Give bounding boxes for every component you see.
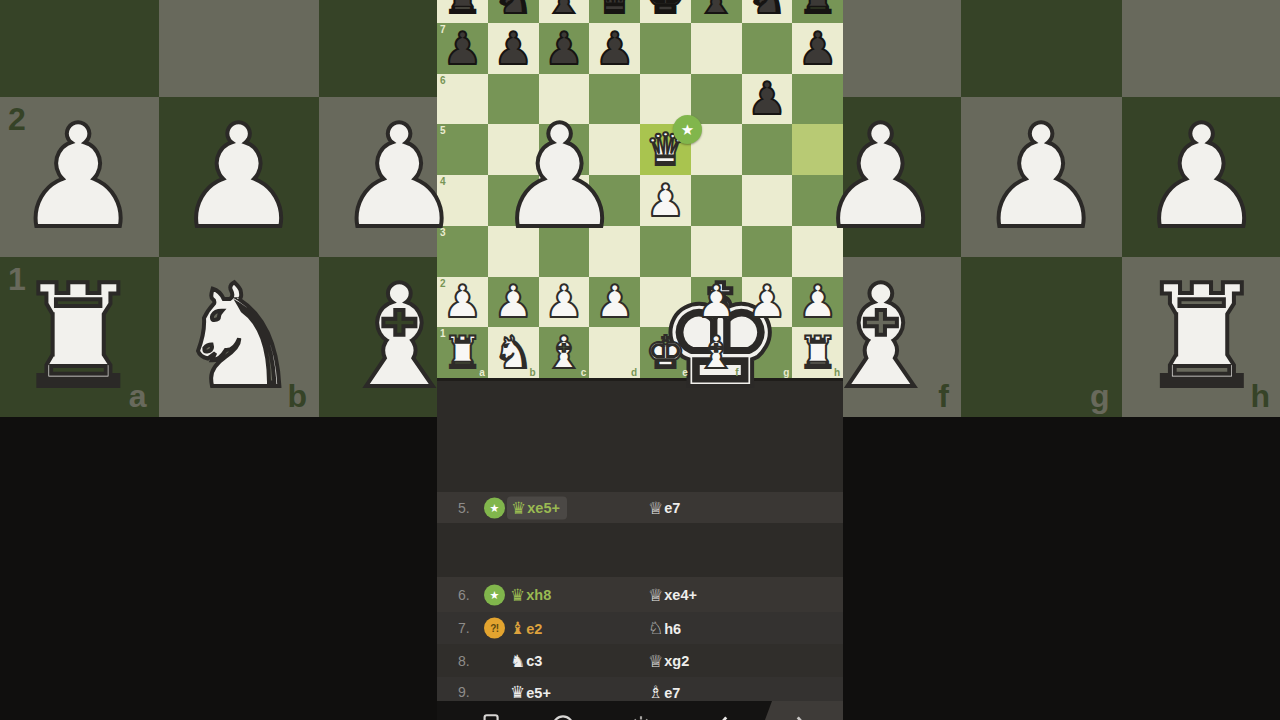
move-row-6: 6.★♛xh8♕xe4+ xyxy=(437,577,843,612)
black-pawn-c7[interactable]: ♟ xyxy=(539,23,590,74)
square-c1[interactable]: c♝ xyxy=(539,327,590,378)
white-move-figurine: ♛ xyxy=(510,586,525,603)
black-move-figurine: ♕ xyxy=(648,499,663,516)
square-d2[interactable]: ♟ xyxy=(589,277,640,328)
white-pawn-b2[interactable]: ♟ xyxy=(488,277,539,328)
white-knight-b1[interactable]: ♞ xyxy=(159,257,320,417)
white-move[interactable]: ♝e2 xyxy=(510,620,542,637)
square-b1[interactable]: b♞ xyxy=(488,327,539,378)
square-f2: ♟ xyxy=(801,97,962,257)
black-move[interactable]: ♗e7 xyxy=(648,684,680,701)
square-g6[interactable]: ♟ xyxy=(742,74,793,125)
white-bishop-f1[interactable]: ♝ xyxy=(691,327,742,378)
square-h2[interactable]: ♟ xyxy=(792,277,843,328)
black-move-figurine: ♕ xyxy=(648,586,663,603)
clock-icon[interactable] xyxy=(550,712,576,720)
white-pawn-a2[interactable]: ♟ xyxy=(0,97,159,257)
best-move-badge: ★ xyxy=(484,497,505,518)
black-bishop-c8[interactable]: ♝ xyxy=(539,0,590,23)
previous-icon[interactable] xyxy=(710,712,736,720)
white-move-figurine: ♞ xyxy=(510,652,525,669)
file-label-d: d xyxy=(631,367,637,378)
square-e4[interactable]: ♟ xyxy=(640,175,691,226)
white-rook-h1[interactable]: ♜ xyxy=(1122,257,1280,417)
white-move[interactable]: ♛e5+ xyxy=(510,684,551,701)
square-c7[interactable]: ♟ xyxy=(539,23,590,74)
black-move[interactable]: ♘h6 xyxy=(648,620,681,637)
back-icon[interactable] xyxy=(477,712,503,720)
square-g5[interactable] xyxy=(742,124,793,175)
file-label-g: g xyxy=(783,367,789,378)
rank-label-7: 7 xyxy=(440,24,446,35)
white-pawn-h2[interactable]: ♟ xyxy=(792,277,843,328)
square-f4[interactable] xyxy=(691,175,742,226)
white-pawn-f2[interactable]: ♟ xyxy=(691,277,742,328)
move-row-5: 5.★♛xe5+♕e7 xyxy=(437,492,843,523)
square-c8[interactable]: ♝ xyxy=(539,0,590,23)
settings-icon[interactable] xyxy=(628,712,654,720)
white-pawn-e4[interactable]: ♟ xyxy=(640,175,691,226)
square-e8[interactable]: ♚ xyxy=(640,0,691,23)
white-pawn-b2[interactable]: ♟ xyxy=(159,97,320,257)
white-pawn-g2[interactable]: ♟ xyxy=(961,97,1122,257)
square-g4[interactable] xyxy=(742,175,793,226)
rank-label-4: 4 xyxy=(440,176,446,187)
bottom-toolbar xyxy=(437,701,843,720)
square-a7[interactable]: 7♟ xyxy=(437,23,488,74)
next-icon[interactable] xyxy=(788,712,814,720)
square-h1: h♜ xyxy=(1122,257,1280,417)
rank-label-5: 5 xyxy=(440,125,446,136)
square-f7[interactable] xyxy=(691,23,742,74)
black-move-figurine: ♗ xyxy=(648,684,663,701)
black-move[interactable]: ♕e7 xyxy=(648,499,680,516)
square-a2: 2♟ xyxy=(0,97,159,257)
square-h8[interactable]: ♜ xyxy=(792,0,843,23)
file-label-a: a xyxy=(479,367,485,378)
square-a1: 1a♜ xyxy=(0,257,159,417)
file-label-e: e xyxy=(682,367,688,378)
white-pawn-c2[interactable]: ♟ xyxy=(319,97,480,257)
white-move[interactable]: ♛xe5+ xyxy=(507,496,567,519)
square-g2[interactable]: ♟ xyxy=(742,277,793,328)
black-move[interactable]: ♕xg2 xyxy=(648,652,689,669)
app-screen: 32♟♟♟♟♟♟♟1a♜b♞c♝de♚f♝gh♜ 8♜♞♝♛♚♝♞♜7♟♟♟♟♟… xyxy=(0,0,1280,720)
white-pawn-g2[interactable]: ♟ xyxy=(742,277,793,328)
square-h2: ♟ xyxy=(1122,97,1280,257)
black-pawn-b7[interactable]: ♟ xyxy=(488,23,539,74)
move-number: 7. xyxy=(458,620,470,636)
black-pawn-d7[interactable]: ♟ xyxy=(589,23,640,74)
square-h7[interactable]: ♟ xyxy=(792,23,843,74)
square-b1: b♞ xyxy=(159,257,320,417)
square-h1[interactable]: h♜ xyxy=(792,327,843,378)
best-move-badge: ★ xyxy=(484,584,505,605)
black-king-e8[interactable]: ♚ xyxy=(640,0,691,23)
square-b7[interactable]: ♟ xyxy=(488,23,539,74)
square-c2: ♟ xyxy=(319,97,480,257)
square-b8[interactable]: ♞ xyxy=(488,0,539,23)
move-number: 9. xyxy=(458,684,470,700)
black-pawn-h7[interactable]: ♟ xyxy=(792,23,843,74)
rank-label-3: 3 xyxy=(440,227,446,238)
move-number: 5. xyxy=(458,500,470,516)
white-pawn-d2[interactable]: ♟ xyxy=(480,97,641,257)
square-a2[interactable]: 2♟ xyxy=(437,277,488,328)
black-move-figurine: ♘ xyxy=(648,620,663,637)
rank-label-2: 2 xyxy=(440,278,446,289)
black-move[interactable]: ♕xe4+ xyxy=(648,586,697,603)
square-f6[interactable] xyxy=(691,74,742,125)
move-number: 6. xyxy=(458,587,470,603)
black-knight-g8[interactable]: ♞ xyxy=(742,0,793,23)
square-g7[interactable] xyxy=(742,23,793,74)
black-rook-a8[interactable]: ♜ xyxy=(437,0,488,23)
file-label-b: b xyxy=(529,367,535,378)
white-pawn-c2[interactable]: ♟ xyxy=(539,277,590,328)
square-a1[interactable]: 1a♜ xyxy=(437,327,488,378)
square-e7[interactable] xyxy=(640,23,691,74)
file-label-f: f xyxy=(735,367,738,378)
square-f2[interactable]: ♟ xyxy=(691,277,742,328)
square-a8[interactable]: 8♜ xyxy=(437,0,488,23)
best-move-star-badge: ★ xyxy=(673,115,702,144)
white-rook-a1[interactable]: ♜ xyxy=(0,257,159,417)
white-move-figurine: ♝ xyxy=(510,620,525,637)
white-move[interactable]: ♞c3 xyxy=(510,652,542,669)
white-pawn-h2[interactable]: ♟ xyxy=(1122,97,1280,257)
black-rook-h8[interactable]: ♜ xyxy=(792,0,843,23)
square-c2[interactable]: ♟ xyxy=(539,277,590,328)
rank-label-6: 6 xyxy=(440,75,446,86)
white-pawn-d2[interactable]: ♟ xyxy=(589,277,640,328)
inaccuracy-badge: ?! xyxy=(484,618,505,639)
square-f8[interactable]: ♝ xyxy=(691,0,742,23)
white-move-figurine: ♛ xyxy=(511,499,526,516)
move-row-8: 8.♞c3♕xg2 xyxy=(437,644,843,677)
black-queen-d8[interactable]: ♛ xyxy=(589,0,640,23)
square-g2: ♟ xyxy=(961,97,1122,257)
square-d8[interactable]: ♛ xyxy=(589,0,640,23)
square-f1[interactable]: f♝ xyxy=(691,327,742,378)
square-d1[interactable]: d xyxy=(589,327,640,378)
file-label-h: h xyxy=(834,367,840,378)
white-move-figurine: ♛ xyxy=(510,684,525,701)
square-b2: ♟ xyxy=(159,97,320,257)
white-move[interactable]: ♛xh8 xyxy=(510,586,551,603)
white-pawn-f2[interactable]: ♟ xyxy=(801,97,962,257)
square-d2: ♟ xyxy=(480,97,641,257)
black-pawn-g6[interactable]: ♟ xyxy=(742,74,793,125)
move-row-7: 7.?!♝e2♘h6 xyxy=(437,612,843,644)
black-bishop-f8[interactable]: ♝ xyxy=(691,0,742,23)
square-b2[interactable]: ♟ xyxy=(488,277,539,328)
file-label-c: c xyxy=(581,367,587,378)
square-g8[interactable]: ♞ xyxy=(742,0,793,23)
rank-label-1: 1 xyxy=(440,328,446,339)
move-number: 8. xyxy=(458,653,470,669)
square-e1[interactable]: e♚ xyxy=(640,327,691,378)
black-knight-b8[interactable]: ♞ xyxy=(488,0,539,23)
square-d7[interactable]: ♟ xyxy=(589,23,640,74)
black-move-figurine: ♕ xyxy=(648,652,663,669)
